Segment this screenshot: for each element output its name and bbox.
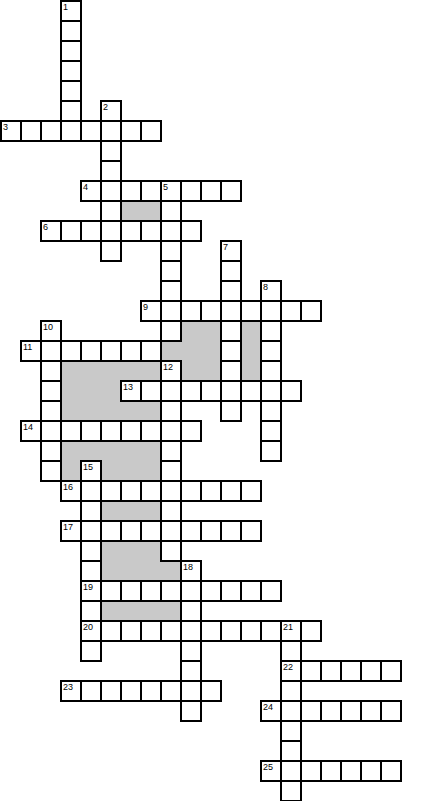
crossword-cell[interactable] bbox=[200, 380, 222, 402]
crossword-cell[interactable]: 16 bbox=[60, 480, 82, 502]
crossword-cell[interactable] bbox=[320, 700, 342, 722]
crossword-cell[interactable] bbox=[100, 240, 122, 262]
crossword-cell[interactable] bbox=[340, 660, 362, 682]
shaded-cell bbox=[201, 341, 221, 361]
clue-number: 5 bbox=[163, 183, 168, 192]
clue-number: 11 bbox=[23, 343, 32, 352]
crossword-cell[interactable]: 6 bbox=[40, 220, 62, 242]
crossword-cell[interactable] bbox=[160, 200, 182, 222]
shaded-cell bbox=[101, 541, 121, 561]
shaded-cell bbox=[181, 321, 201, 341]
shaded-cell bbox=[101, 441, 121, 461]
crossword-cell[interactable] bbox=[80, 340, 102, 362]
crossword-cell[interactable] bbox=[100, 140, 122, 162]
crossword-cell[interactable]: 14 bbox=[20, 420, 42, 442]
crossword-cell[interactable] bbox=[280, 380, 302, 402]
crossword-cell[interactable] bbox=[40, 440, 62, 462]
crossword-cell[interactable] bbox=[200, 180, 222, 202]
shaded-cell bbox=[141, 401, 161, 421]
crossword-cell[interactable]: 5 bbox=[160, 180, 182, 202]
crossword-cell[interactable] bbox=[100, 220, 122, 242]
crossword-cell[interactable] bbox=[40, 360, 62, 382]
crossword-cell[interactable] bbox=[220, 340, 242, 362]
crossword-cell[interactable] bbox=[80, 520, 102, 542]
crossword-cell[interactable] bbox=[100, 680, 122, 702]
crossword-cell[interactable] bbox=[100, 340, 122, 362]
crossword-cell[interactable] bbox=[60, 120, 82, 142]
shaded-cell bbox=[201, 321, 221, 341]
crossword-cell[interactable] bbox=[260, 300, 282, 322]
crossword-cell[interactable] bbox=[120, 480, 142, 502]
crossword-cell[interactable] bbox=[180, 480, 202, 502]
shaded-cell bbox=[121, 461, 141, 481]
crossword-cell[interactable] bbox=[380, 660, 402, 682]
crossword-cell[interactable] bbox=[220, 300, 242, 322]
crossword-cell[interactable] bbox=[220, 580, 242, 602]
crossword-cell[interactable] bbox=[180, 520, 202, 542]
crossword-cell[interactable] bbox=[220, 260, 242, 282]
crossword-cell[interactable]: 10 bbox=[40, 320, 62, 342]
crossword-cell[interactable] bbox=[100, 180, 122, 202]
crossword-cell[interactable] bbox=[280, 700, 302, 722]
crossword-cell[interactable] bbox=[380, 760, 402, 782]
crossword-cell[interactable]: 13 bbox=[120, 380, 142, 402]
crossword-cell[interactable] bbox=[240, 620, 262, 642]
crossword-cell[interactable] bbox=[100, 120, 122, 142]
crossword-cell[interactable]: 20 bbox=[80, 620, 102, 642]
clue-number: 10 bbox=[43, 323, 53, 332]
crossword-cell[interactable] bbox=[220, 380, 242, 402]
shaded-cell bbox=[121, 541, 141, 561]
crossword-cell[interactable] bbox=[220, 520, 242, 542]
crossword-cell[interactable]: 1 bbox=[60, 0, 82, 22]
shaded-cell bbox=[81, 401, 101, 421]
crossword-cell[interactable] bbox=[60, 220, 82, 242]
crossword-cell[interactable] bbox=[100, 580, 122, 602]
crossword-cell[interactable] bbox=[180, 580, 202, 602]
crossword-cell[interactable] bbox=[280, 680, 302, 702]
crossword-cell[interactable]: 3 bbox=[0, 120, 22, 142]
crossword-cell[interactable] bbox=[40, 460, 62, 482]
crossword-cell[interactable] bbox=[120, 180, 142, 202]
crossword-cell[interactable] bbox=[160, 540, 182, 562]
crossword-cell[interactable] bbox=[80, 680, 102, 702]
crossword-cell[interactable] bbox=[80, 640, 102, 662]
crossword-cell[interactable] bbox=[60, 40, 82, 62]
crossword-cell[interactable] bbox=[160, 280, 182, 302]
shaded-cell bbox=[181, 341, 201, 361]
crossword-cell[interactable] bbox=[220, 360, 242, 382]
crossword-cell[interactable] bbox=[340, 700, 362, 722]
crossword-cell[interactable] bbox=[180, 220, 202, 242]
crossword-cell[interactable] bbox=[300, 300, 322, 322]
crossword-cell[interactable] bbox=[200, 480, 222, 502]
crossword-cell[interactable] bbox=[100, 200, 122, 222]
crossword-cell[interactable] bbox=[80, 120, 102, 142]
crossword-cell[interactable] bbox=[40, 340, 62, 362]
crossword-cell[interactable] bbox=[280, 760, 302, 782]
crossword-cell[interactable]: 17 bbox=[60, 520, 82, 542]
clue-number: 14 bbox=[23, 423, 33, 432]
shaded-cell bbox=[101, 381, 121, 401]
crossword-cell[interactable] bbox=[300, 700, 322, 722]
crossword-cell[interactable] bbox=[220, 480, 242, 502]
clue-number: 23 bbox=[63, 683, 73, 692]
crossword-cell[interactable] bbox=[160, 240, 182, 262]
crossword-cell[interactable]: 15 bbox=[80, 460, 102, 482]
crossword-cell[interactable] bbox=[60, 420, 82, 442]
crossword-cell[interactable] bbox=[140, 340, 162, 362]
shaded-cell bbox=[241, 361, 261, 381]
crossword-cell[interactable] bbox=[140, 180, 162, 202]
shaded-cell bbox=[201, 361, 221, 381]
crossword-cell[interactable] bbox=[180, 420, 202, 442]
crossword-cell[interactable] bbox=[160, 320, 182, 342]
crossword-cell[interactable] bbox=[160, 680, 182, 702]
crossword-grid: 1234567891011121314151617181920212223242… bbox=[0, 0, 421, 801]
shaded-cell bbox=[101, 361, 121, 381]
crossword-cell[interactable] bbox=[80, 220, 102, 242]
clue-number: 18 bbox=[183, 563, 193, 572]
crossword-cell[interactable] bbox=[40, 120, 62, 142]
crossword-cell[interactable] bbox=[80, 500, 102, 522]
clue-number: 8 bbox=[263, 283, 268, 292]
crossword-cell[interactable] bbox=[140, 520, 162, 542]
shaded-cell bbox=[121, 561, 141, 581]
crossword-cell[interactable] bbox=[360, 660, 382, 682]
crossword-cell[interactable] bbox=[200, 680, 222, 702]
crossword-cell[interactable] bbox=[260, 620, 282, 642]
crossword-cell[interactable]: 19 bbox=[80, 580, 102, 602]
clue-number: 22 bbox=[283, 663, 293, 672]
crossword-cell[interactable] bbox=[240, 480, 262, 502]
crossword-cell[interactable] bbox=[100, 480, 122, 502]
crossword-cell[interactable] bbox=[240, 520, 262, 542]
crossword-cell[interactable] bbox=[120, 340, 142, 362]
crossword-cell[interactable] bbox=[220, 180, 242, 202]
crossword-cell[interactable] bbox=[160, 460, 182, 482]
clue-number: 21 bbox=[283, 623, 293, 632]
crossword-cell[interactable] bbox=[180, 180, 202, 202]
shaded-cell bbox=[161, 341, 181, 361]
crossword-cell[interactable] bbox=[160, 520, 182, 542]
clue-number: 20 bbox=[83, 623, 93, 632]
shaded-cell bbox=[101, 601, 121, 621]
clue-number: 7 bbox=[223, 243, 228, 252]
crossword-cell[interactable] bbox=[180, 380, 202, 402]
crossword-cell[interactable] bbox=[220, 320, 242, 342]
crossword-cell[interactable] bbox=[300, 760, 322, 782]
shaded-cell bbox=[121, 501, 141, 521]
crossword-cell[interactable] bbox=[240, 300, 262, 322]
clue-number: 4 bbox=[83, 183, 88, 192]
crossword-cell[interactable] bbox=[220, 620, 242, 642]
crossword-cell[interactable] bbox=[60, 100, 82, 122]
crossword-cell[interactable] bbox=[160, 380, 182, 402]
crossword-cell[interactable] bbox=[80, 480, 102, 502]
shaded-cell bbox=[241, 321, 261, 341]
crossword-cell[interactable] bbox=[340, 760, 362, 782]
clue-number: 3 bbox=[3, 123, 8, 132]
crossword-cell[interactable] bbox=[200, 520, 222, 542]
crossword-cell[interactable] bbox=[100, 160, 122, 182]
shaded-cell bbox=[61, 401, 81, 421]
crossword-cell[interactable] bbox=[120, 520, 142, 542]
crossword-cell[interactable]: 8 bbox=[260, 280, 282, 302]
shaded-cell bbox=[141, 601, 161, 621]
shaded-cell bbox=[61, 381, 81, 401]
crossword-cell[interactable] bbox=[320, 760, 342, 782]
crossword-cell[interactable] bbox=[100, 620, 122, 642]
crossword-cell[interactable] bbox=[280, 720, 302, 742]
crossword-cell[interactable] bbox=[160, 220, 182, 242]
crossword-cell[interactable] bbox=[380, 700, 402, 722]
crossword-cell[interactable] bbox=[120, 420, 142, 442]
crossword-cell[interactable]: 4 bbox=[80, 180, 102, 202]
shaded-cell bbox=[81, 441, 101, 461]
clue-number: 25 bbox=[263, 763, 273, 772]
crossword-cell[interactable] bbox=[120, 220, 142, 242]
clue-number: 9 bbox=[143, 303, 148, 312]
crossword-cell[interactable] bbox=[260, 440, 282, 462]
crossword-cell[interactable] bbox=[140, 220, 162, 242]
crossword-cell[interactable] bbox=[260, 420, 282, 442]
crossword-cell[interactable] bbox=[160, 300, 182, 322]
crossword-cell[interactable] bbox=[260, 400, 282, 422]
shaded-cell bbox=[141, 561, 161, 581]
crossword-cell[interactable]: 18 bbox=[180, 560, 202, 582]
crossword-cell[interactable] bbox=[140, 380, 162, 402]
crossword-cell[interactable] bbox=[160, 260, 182, 282]
shaded-cell bbox=[161, 561, 181, 581]
shaded-cell bbox=[141, 361, 161, 381]
shaded-cell bbox=[101, 561, 121, 581]
crossword-cell[interactable] bbox=[180, 600, 202, 622]
crossword-cell[interactable] bbox=[240, 580, 262, 602]
crossword-cell[interactable]: 22 bbox=[280, 660, 302, 682]
clue-number: 6 bbox=[43, 223, 48, 232]
crossword-cell[interactable] bbox=[200, 580, 222, 602]
crossword-cell[interactable] bbox=[80, 540, 102, 562]
crossword-cell[interactable] bbox=[160, 580, 182, 602]
shaded-cell bbox=[121, 361, 141, 381]
crossword-cell[interactable] bbox=[40, 420, 62, 442]
shaded-cell bbox=[161, 601, 181, 621]
crossword-cell[interactable] bbox=[160, 420, 182, 442]
crossword-cell[interactable] bbox=[260, 320, 282, 342]
shaded-cell bbox=[81, 361, 101, 381]
crossword-cell[interactable] bbox=[200, 300, 222, 322]
crossword-cell[interactable] bbox=[120, 620, 142, 642]
shaded-cell bbox=[121, 441, 141, 461]
crossword-cell[interactable] bbox=[280, 780, 302, 801]
clue-number: 16 bbox=[63, 483, 73, 492]
crossword-cell[interactable] bbox=[320, 660, 342, 682]
shaded-cell bbox=[241, 341, 261, 361]
shaded-cell bbox=[61, 461, 81, 481]
crossword-cell[interactable] bbox=[360, 700, 382, 722]
shaded-cell bbox=[121, 201, 141, 221]
shaded-cell bbox=[181, 361, 201, 381]
shaded-cell bbox=[101, 401, 121, 421]
crossword-cell[interactable] bbox=[300, 620, 322, 642]
crossword-cell[interactable] bbox=[200, 620, 222, 642]
crossword-cell[interactable] bbox=[100, 520, 122, 542]
crossword-cell[interactable] bbox=[260, 380, 282, 402]
shaded-cell bbox=[141, 441, 161, 461]
clue-number: 2 bbox=[103, 103, 108, 112]
crossword-cell[interactable] bbox=[80, 560, 102, 582]
shaded-cell bbox=[141, 461, 161, 481]
crossword-cell[interactable] bbox=[260, 360, 282, 382]
crossword-cell[interactable] bbox=[60, 20, 82, 42]
crossword-cell[interactable]: 7 bbox=[220, 240, 242, 262]
shaded-cell bbox=[121, 401, 141, 421]
shaded-cell bbox=[61, 361, 81, 381]
shaded-cell bbox=[81, 381, 101, 401]
crossword-cell[interactable]: 23 bbox=[60, 680, 82, 702]
clue-number: 17 bbox=[63, 523, 73, 532]
crossword-cell[interactable] bbox=[140, 680, 162, 702]
clue-number: 19 bbox=[83, 583, 93, 592]
crossword-cell[interactable] bbox=[220, 280, 242, 302]
crossword-cell[interactable] bbox=[100, 420, 122, 442]
shaded-cell bbox=[141, 501, 161, 521]
crossword-cell[interactable] bbox=[280, 740, 302, 762]
crossword-cell[interactable] bbox=[20, 120, 42, 142]
crossword-cell[interactable] bbox=[160, 620, 182, 642]
crossword-cell[interactable]: 24 bbox=[260, 700, 282, 722]
clue-number: 24 bbox=[263, 703, 273, 712]
crossword-cell[interactable] bbox=[60, 60, 82, 82]
crossword-cell[interactable] bbox=[80, 420, 102, 442]
crossword-cell[interactable] bbox=[80, 600, 102, 622]
crossword-cell[interactable]: 12 bbox=[160, 360, 182, 382]
crossword-cell[interactable] bbox=[60, 80, 82, 102]
crossword-cell[interactable] bbox=[140, 120, 162, 142]
shaded-cell bbox=[61, 441, 81, 461]
crossword-cell[interactable] bbox=[120, 120, 142, 142]
shaded-cell bbox=[101, 461, 121, 481]
crossword-cell[interactable] bbox=[40, 400, 62, 422]
crossword-cell[interactable]: 2 bbox=[100, 100, 122, 122]
crossword-cell[interactable]: 11 bbox=[20, 340, 42, 362]
crossword-cell[interactable] bbox=[260, 580, 282, 602]
crossword-cell[interactable] bbox=[260, 340, 282, 362]
crossword-cell[interactable] bbox=[140, 620, 162, 642]
shaded-cell bbox=[141, 541, 161, 561]
crossword-cell[interactable] bbox=[120, 580, 142, 602]
crossword-cell[interactable] bbox=[300, 660, 322, 682]
crossword-cell[interactable] bbox=[140, 580, 162, 602]
crossword-cell[interactable]: 9 bbox=[140, 300, 162, 322]
crossword-cell[interactable] bbox=[180, 700, 202, 722]
crossword-cell[interactable] bbox=[40, 380, 62, 402]
crossword-cell[interactable]: 25 bbox=[260, 760, 282, 782]
crossword-cell[interactable] bbox=[160, 500, 182, 522]
shaded-cell bbox=[121, 601, 141, 621]
shaded-cell bbox=[141, 201, 161, 221]
clue-number: 1 bbox=[63, 3, 68, 12]
shaded-cell bbox=[101, 501, 121, 521]
crossword-cell[interactable] bbox=[180, 660, 202, 682]
crossword-cell[interactable] bbox=[180, 640, 202, 662]
crossword-cell[interactable]: 21 bbox=[280, 620, 302, 642]
clue-number: 15 bbox=[83, 463, 93, 472]
crossword-cell[interactable] bbox=[240, 380, 262, 402]
crossword-cell[interactable] bbox=[160, 400, 182, 422]
crossword-cell[interactable] bbox=[140, 420, 162, 442]
crossword-cell[interactable] bbox=[280, 300, 302, 322]
crossword-cell[interactable] bbox=[160, 480, 182, 502]
clue-number: 13 bbox=[123, 383, 133, 392]
crossword-cell[interactable] bbox=[160, 440, 182, 462]
crossword-cell[interactable] bbox=[180, 620, 202, 642]
crossword-cell[interactable] bbox=[180, 300, 202, 322]
crossword-cell[interactable] bbox=[220, 400, 242, 422]
crossword-cell[interactable] bbox=[280, 640, 302, 662]
crossword-cell[interactable] bbox=[360, 760, 382, 782]
crossword-cell[interactable] bbox=[140, 480, 162, 502]
clue-number: 12 bbox=[163, 363, 173, 372]
crossword-cell[interactable] bbox=[180, 680, 202, 702]
crossword-cell[interactable] bbox=[120, 680, 142, 702]
crossword-cell[interactable] bbox=[60, 340, 82, 362]
